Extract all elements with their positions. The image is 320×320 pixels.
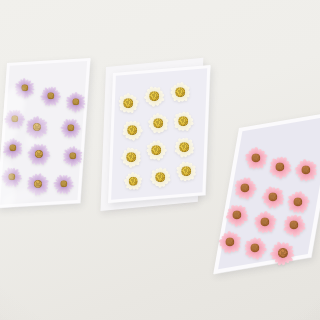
flower-center [178,116,188,126]
daisy-purple-6 [61,118,81,138]
daisy-cream-3 [170,82,190,102]
daisy-cream-5 [148,113,168,133]
flower-center [181,166,191,176]
photo-scene [0,0,320,320]
daisy-purple-2 [41,86,61,106]
daisy-pink-3 [295,159,317,181]
daisy-purple-7 [3,138,23,158]
flower-center [153,118,163,128]
daisy-cream-1 [118,93,138,113]
flower-center [175,87,185,97]
daisy-pink-7 [226,204,248,226]
daisy-cream-2 [144,86,164,106]
daisy-purple-11 [27,173,49,195]
flower-center [151,145,161,155]
daisy-pink-9 [283,214,305,236]
daisy-purple-3 [66,92,86,112]
flower-center [127,125,137,135]
daisy-purple-8 [28,143,50,165]
daisy-pink-10 [219,231,241,253]
daisy-cream-7 [121,147,141,167]
daisy-pink-12 [271,241,295,265]
daisy-pink-8 [254,211,276,233]
daisy-pink-4 [234,177,256,199]
daisy-cream-10 [124,172,142,190]
daisy-purple-1 [15,78,35,98]
daisy-cream-9 [174,137,194,157]
daisy-cream-12 [176,161,196,181]
daisy-cream-6 [173,111,193,131]
daisy-purple-9 [63,146,83,166]
daisy-purple-10 [2,167,22,187]
daisy-purple-5 [26,116,48,138]
flower-center [155,172,165,182]
daisy-cream-8 [146,140,166,160]
daisy-pink-6 [287,191,309,213]
daisy-cream-4 [122,120,142,140]
flower-center [179,142,189,152]
daisy-pink-2 [269,156,291,178]
daisy-pink-11 [244,237,266,259]
flower-center [129,177,138,186]
daisy-purple-12 [54,174,74,194]
flower-center [149,91,159,101]
daisy-pink-5 [262,186,284,208]
flower-center [123,98,133,108]
daisy-cream-11 [150,167,170,187]
flower-center [126,152,136,162]
flowers-layer [0,0,320,320]
daisy-pink-1 [245,147,267,169]
daisy-purple-4 [5,109,25,129]
